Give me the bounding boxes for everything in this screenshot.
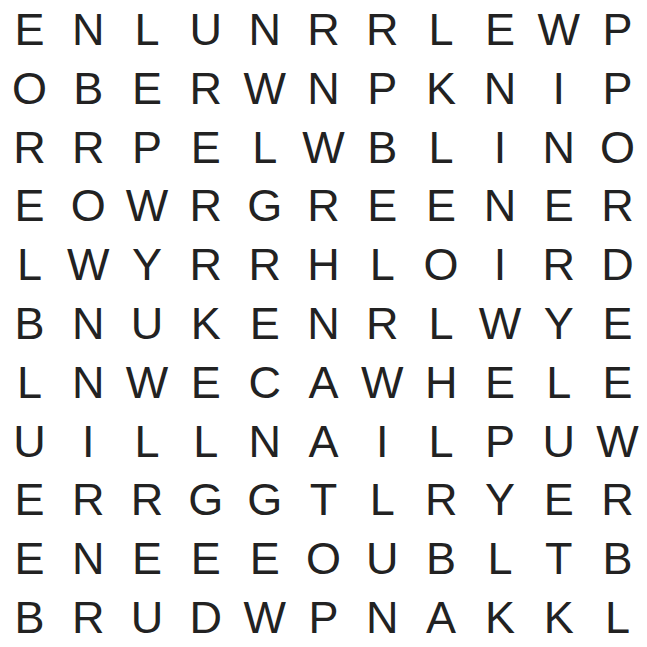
grid-cell-r11c6[interactable]: P [294,588,353,647]
grid-cell-r1c11[interactable]: P [588,0,647,59]
grid-cell-r4c1[interactable]: E [0,176,59,235]
grid-cell-r1c2[interactable]: N [59,0,118,59]
grid-cell-r1c3[interactable]: L [118,0,177,59]
grid-cell-r8c11[interactable]: W [588,412,647,471]
grid-cell-r4c4[interactable]: R [176,176,235,235]
grid-cell-r9c5[interactable]: G [235,471,294,530]
grid-cell-r5c8[interactable]: O [412,235,471,294]
grid-cell-r10c7[interactable]: U [353,529,412,588]
grid-cell-r6c1[interactable]: B [0,294,59,353]
grid-cell-r10c6[interactable]: O [294,529,353,588]
grid-cell-r1c7[interactable]: R [353,0,412,59]
grid-cell-r5c10[interactable]: R [529,235,588,294]
grid-cell-r8c3[interactable]: L [118,412,177,471]
grid-cell-r2c1[interactable]: O [0,59,59,118]
grid-cell-r10c4[interactable]: E [176,529,235,588]
grid-cell-r8c7[interactable]: I [353,412,412,471]
grid-cell-r10c9[interactable]: L [471,529,530,588]
grid-cell-r2c7[interactable]: P [353,59,412,118]
grid-cell-r5c1[interactable]: L [0,235,59,294]
grid-cell-r2c11[interactable]: P [588,59,647,118]
grid-cell-r10c8[interactable]: B [412,529,471,588]
grid-cell-r9c6[interactable]: T [294,471,353,530]
grid-cell-r9c8[interactable]: R [412,471,471,530]
grid-cell-r10c1[interactable]: E [0,529,59,588]
grid-cell-r6c3[interactable]: U [118,294,177,353]
grid-cell-r3c5[interactable]: L [235,118,294,177]
grid-cell-r8c5[interactable]: N [235,412,294,471]
grid-cell-r1c1[interactable]: E [0,0,59,59]
word-search-grid: ENLUNRRLEWPOBERWNPKNIPRRPELWBLINOEOWRGRE… [0,0,647,647]
grid-cell-r3c8[interactable]: L [412,118,471,177]
grid-cell-r4c7[interactable]: E [353,176,412,235]
grid-cell-r11c4[interactable]: D [176,588,235,647]
grid-cell-r6c8[interactable]: L [412,294,471,353]
grid-cell-r11c5[interactable]: W [235,588,294,647]
grid-cell-r7c5[interactable]: C [235,353,294,412]
grid-cell-r8c4[interactable]: L [176,412,235,471]
grid-cell-r10c10[interactable]: T [529,529,588,588]
grid-cell-r3c4[interactable]: E [176,118,235,177]
grid-cell-r9c2[interactable]: R [59,471,118,530]
grid-cell-r9c10[interactable]: E [529,471,588,530]
grid-cell-r5c3[interactable]: Y [118,235,177,294]
grid-cell-r11c7[interactable]: N [353,588,412,647]
grid-cell-r10c2[interactable]: N [59,529,118,588]
grid-cell-r4c8[interactable]: E [412,176,471,235]
grid-cell-r9c4[interactable]: G [176,471,235,530]
grid-cell-r7c9[interactable]: E [471,353,530,412]
grid-cell-r6c7[interactable]: R [353,294,412,353]
grid-cell-r10c3[interactable]: E [118,529,177,588]
grid-cell-r7c3[interactable]: W [118,353,177,412]
grid-cell-r4c2[interactable]: O [59,176,118,235]
grid-cell-r7c8[interactable]: H [412,353,471,412]
grid-cell-r11c9[interactable]: K [471,588,530,647]
grid-cell-r7c6[interactable]: A [294,353,353,412]
grid-cell-r11c3[interactable]: U [118,588,177,647]
grid-cell-r7c10[interactable]: L [529,353,588,412]
grid-cell-r9c11[interactable]: R [588,471,647,530]
grid-cell-r7c11[interactable]: E [588,353,647,412]
grid-cell-r9c9[interactable]: Y [471,471,530,530]
grid-cell-r4c3[interactable]: W [118,176,177,235]
grid-cell-r4c9[interactable]: N [471,176,530,235]
grid-cell-r5c4[interactable]: R [176,235,235,294]
grid-cell-r11c8[interactable]: A [412,588,471,647]
grid-cell-r5c6[interactable]: H [294,235,353,294]
grid-cell-r6c9[interactable]: W [471,294,530,353]
grid-cell-r3c10[interactable]: N [529,118,588,177]
grid-cell-r8c2[interactable]: I [59,412,118,471]
grid-cell-r3c9[interactable]: I [471,118,530,177]
word-search-puzzle: ENLUNRRLEWPOBERWNPKNIPRRPELWBLINOEOWRGRE… [0,0,647,647]
grid-cell-r5c5[interactable]: R [235,235,294,294]
grid-cell-r9c3[interactable]: R [118,471,177,530]
grid-cell-r2c2[interactable]: B [59,59,118,118]
grid-cell-r11c2[interactable]: R [59,588,118,647]
grid-cell-r2c9[interactable]: N [471,59,530,118]
grid-cell-r8c1[interactable]: U [0,412,59,471]
grid-cell-r11c1[interactable]: B [0,588,59,647]
grid-cell-r11c10[interactable]: K [529,588,588,647]
grid-cell-r3c6[interactable]: W [294,118,353,177]
grid-cell-r7c7[interactable]: W [353,353,412,412]
grid-cell-r8c10[interactable]: U [529,412,588,471]
grid-cell-r7c1[interactable]: L [0,353,59,412]
grid-cell-r2c4[interactable]: R [176,59,235,118]
grid-cell-r7c2[interactable]: N [59,353,118,412]
grid-cell-r8c6[interactable]: A [294,412,353,471]
grid-cell-r1c9[interactable]: E [471,0,530,59]
grid-cell-r10c11[interactable]: B [588,529,647,588]
grid-cell-r5c11[interactable]: D [588,235,647,294]
grid-cell-r6c6[interactable]: N [294,294,353,353]
grid-cell-r7c4[interactable]: E [176,353,235,412]
grid-cell-r6c11[interactable]: E [588,294,647,353]
grid-cell-r5c2[interactable]: W [59,235,118,294]
grid-cell-r3c2[interactable]: R [59,118,118,177]
grid-cell-r2c10[interactable]: I [529,59,588,118]
grid-cell-r8c8[interactable]: L [412,412,471,471]
grid-cell-r10c5[interactable]: E [235,529,294,588]
grid-cell-r6c4[interactable]: K [176,294,235,353]
grid-cell-r8c9[interactable]: P [471,412,530,471]
grid-cell-r6c10[interactable]: Y [529,294,588,353]
grid-cell-r11c11[interactable]: L [588,588,647,647]
grid-cell-r4c5[interactable]: G [235,176,294,235]
grid-cell-r1c4[interactable]: U [176,0,235,59]
grid-cell-r5c9[interactable]: I [471,235,530,294]
grid-cell-r6c2[interactable]: N [59,294,118,353]
grid-cell-r4c6[interactable]: R [294,176,353,235]
grid-cell-r9c1[interactable]: E [0,471,59,530]
grid-cell-r1c6[interactable]: R [294,0,353,59]
grid-cell-r1c5[interactable]: N [235,0,294,59]
grid-cell-r5c7[interactable]: L [353,235,412,294]
grid-cell-r1c8[interactable]: L [412,0,471,59]
grid-cell-r3c1[interactable]: R [0,118,59,177]
grid-cell-r4c10[interactable]: E [529,176,588,235]
grid-cell-r2c3[interactable]: E [118,59,177,118]
grid-cell-r2c6[interactable]: N [294,59,353,118]
grid-cell-r3c7[interactable]: B [353,118,412,177]
grid-cell-r1c10[interactable]: W [529,0,588,59]
grid-cell-r2c8[interactable]: K [412,59,471,118]
grid-cell-r2c5[interactable]: W [235,59,294,118]
grid-cell-r4c11[interactable]: R [588,176,647,235]
grid-cell-r3c11[interactable]: O [588,118,647,177]
grid-cell-r6c5[interactable]: E [235,294,294,353]
grid-cell-r3c3[interactable]: P [118,118,177,177]
grid-cell-r9c7[interactable]: L [353,471,412,530]
